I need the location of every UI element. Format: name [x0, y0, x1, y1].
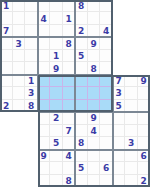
cell-r6-c3-overlap[interactable] [38, 75, 51, 87]
cell-r13-c10[interactable] [125, 162, 138, 174]
cell-r9-c3[interactable] [38, 112, 51, 124]
cell-r1-c8[interactable] [100, 12, 113, 24]
cell-r8-c1[interactable] [13, 100, 26, 112]
cell-r4-c4[interactable]: 1 [50, 50, 63, 62]
cell-r3-c1[interactable]: 3 [13, 37, 26, 49]
cell-r13-c3[interactable] [38, 162, 51, 174]
cell-r10-c5[interactable]: 7 [63, 125, 76, 137]
cell-r0-c7[interactable] [88, 0, 101, 12]
cell-r9-c8[interactable] [100, 112, 113, 124]
cell-r2-c6[interactable]: 2 [75, 25, 88, 37]
cell-r6-c6-overlap[interactable] [75, 75, 88, 87]
cell-r7-c1[interactable] [13, 87, 26, 99]
cell-r14-c6[interactable] [75, 175, 88, 187]
cell-r14-c7[interactable] [88, 175, 101, 187]
cell-r6-c4-overlap[interactable] [50, 75, 63, 87]
cell-r2-c7[interactable] [88, 25, 101, 37]
cell-r8-c5-overlap[interactable] [63, 100, 76, 112]
cell-r3-c0[interactable] [0, 37, 13, 49]
cell-r6-c2[interactable]: 1 [25, 75, 38, 87]
twodoku-puzzle: 184172438915981793328529745839465682 [0, 0, 150, 187]
cell-r2-c0[interactable]: 7 [0, 25, 13, 37]
cell-r0-c8[interactable] [100, 0, 113, 12]
cell-r8-c3-overlap[interactable] [38, 100, 51, 112]
cell-r5-c8[interactable] [100, 62, 113, 74]
cell-r7-c7-overlap[interactable] [88, 87, 101, 99]
cell-r10-c9[interactable] [113, 125, 126, 137]
cell-r3-c6[interactable] [75, 37, 88, 49]
cell-r0-c6[interactable]: 8 [75, 0, 88, 12]
cell-r10-c8[interactable] [100, 125, 113, 137]
cell-r7-c11[interactable] [138, 87, 151, 99]
cell-r10-c4[interactable] [50, 125, 63, 137]
cell-r12-c7[interactable] [88, 150, 101, 162]
cell-r1-c5[interactable]: 1 [63, 12, 76, 24]
cell-r6-c11[interactable]: 9 [138, 75, 151, 87]
cell-r4-c1[interactable] [13, 50, 26, 62]
cell-r4-c8[interactable] [100, 50, 113, 62]
cell-r0-c5[interactable] [63, 0, 76, 12]
cell-r1-c4[interactable] [50, 12, 63, 24]
cell-r7-c5-overlap[interactable] [63, 87, 76, 99]
cell-r3-c4[interactable] [50, 37, 63, 49]
sudoku-board: 184172438915981793328529745839465682 [0, 0, 150, 187]
cell-r7-c9[interactable]: 3 [113, 87, 126, 99]
cell-r10-c3[interactable] [38, 125, 51, 137]
cell-r7-c10[interactable] [125, 87, 138, 99]
cell-r7-c2[interactable]: 3 [25, 87, 38, 99]
cell-r9-c10[interactable] [125, 112, 138, 124]
cell-r10-c6[interactable] [75, 125, 88, 137]
cell-r9-c7[interactable]: 9 [88, 112, 101, 124]
cell-r2-c3[interactable] [38, 25, 51, 37]
cell-r10-c11[interactable] [138, 125, 151, 137]
cell-r1-c2[interactable] [25, 12, 38, 24]
cell-r14-c5[interactable]: 8 [63, 175, 76, 187]
cell-r2-c1[interactable] [13, 25, 26, 37]
cell-r11-c8[interactable] [100, 137, 113, 149]
cell-r14-c3[interactable] [38, 175, 51, 187]
cell-r5-c2[interactable] [25, 62, 38, 74]
cell-r5-c7[interactable]: 8 [88, 62, 101, 74]
cell-r8-c4-overlap[interactable] [50, 100, 63, 112]
cell-r14-c8[interactable] [100, 175, 113, 187]
cell-r1-c0[interactable] [0, 12, 13, 24]
cell-r13-c5[interactable] [63, 162, 76, 174]
cell-r11-c10[interactable]: 3 [125, 137, 138, 149]
cell-r7-c8-overlap[interactable] [100, 87, 113, 99]
cell-r4-c5[interactable] [63, 50, 76, 62]
cell-r8-c10[interactable] [125, 100, 138, 112]
cell-r11-c9[interactable] [113, 137, 126, 149]
cell-r1-c1[interactable] [13, 12, 26, 24]
cell-r5-c5[interactable] [63, 62, 76, 74]
cell-r3-c7[interactable]: 9 [88, 37, 101, 49]
cell-r11-c4[interactable]: 5 [50, 137, 63, 149]
cell-r2-c8[interactable]: 4 [100, 25, 113, 37]
cell-r2-c5[interactable] [63, 25, 76, 37]
cell-r7-c3-overlap[interactable] [38, 87, 51, 99]
cell-r13-c11[interactable] [138, 162, 151, 174]
cell-r12-c5[interactable]: 4 [63, 150, 76, 162]
cell-r0-c2[interactable] [25, 0, 38, 12]
cell-r4-c7[interactable] [88, 50, 101, 62]
cell-r13-c7[interactable] [88, 162, 101, 174]
cell-r13-c4[interactable] [50, 162, 63, 174]
cell-r6-c1[interactable] [13, 75, 26, 87]
cell-r12-c10[interactable] [125, 150, 138, 162]
cell-r4-c6[interactable]: 5 [75, 50, 88, 62]
cell-r11-c5[interactable] [63, 137, 76, 149]
cell-r5-c4[interactable]: 9 [50, 62, 63, 74]
cell-r8-c2[interactable]: 8 [25, 100, 38, 112]
cell-r8-c0[interactable]: 2 [0, 100, 13, 112]
cell-r13-c9[interactable] [113, 162, 126, 174]
cell-r8-c7-overlap[interactable] [88, 100, 101, 112]
cell-r3-c5[interactable]: 8 [63, 37, 76, 49]
cell-r8-c6-overlap[interactable] [75, 100, 88, 112]
cell-r14-c11[interactable]: 2 [138, 175, 151, 187]
cell-r9-c5[interactable] [63, 112, 76, 124]
cell-r5-c3[interactable] [38, 62, 51, 74]
cell-r14-c9[interactable] [113, 175, 126, 187]
cell-r12-c6[interactable] [75, 150, 88, 162]
cell-r12-c9[interactable] [113, 150, 126, 162]
cell-r14-c10[interactable] [125, 175, 138, 187]
cell-r7-c4-overlap[interactable] [50, 87, 63, 99]
cell-r10-c10[interactable] [125, 125, 138, 137]
cell-r1-c6[interactable] [75, 12, 88, 24]
cell-r5-c6[interactable] [75, 62, 88, 74]
cell-r11-c3[interactable] [38, 137, 51, 149]
cell-r5-c1[interactable] [13, 62, 26, 74]
cell-r12-c3[interactable]: 9 [38, 150, 51, 162]
cell-r10-c7[interactable]: 4 [88, 125, 101, 137]
cell-r6-c7-overlap[interactable] [88, 75, 101, 87]
cell-r3-c3[interactable] [38, 37, 51, 49]
cell-r8-c8-overlap[interactable] [100, 100, 113, 112]
cell-r6-c9[interactable]: 7 [113, 75, 126, 87]
cell-r0-c4[interactable] [50, 0, 63, 12]
cell-r13-c6[interactable]: 5 [75, 162, 88, 174]
cell-r12-c8[interactable] [100, 150, 113, 162]
cell-r7-c6-overlap[interactable] [75, 87, 88, 99]
cell-r5-c0[interactable] [0, 62, 13, 74]
cell-r11-c6[interactable]: 8 [75, 137, 88, 149]
cell-r3-c2[interactable] [25, 37, 38, 49]
cell-r1-c7[interactable] [88, 12, 101, 24]
cell-r8-c11[interactable] [138, 100, 151, 112]
cell-r3-c8[interactable] [100, 37, 113, 49]
cell-r2-c4[interactable] [50, 25, 63, 37]
cell-r1-c3[interactable]: 4 [38, 12, 51, 24]
cell-r12-c4[interactable] [50, 150, 63, 162]
cell-r6-c8-overlap[interactable] [100, 75, 113, 87]
cell-r4-c2[interactable] [25, 50, 38, 62]
cell-r8-c9[interactable]: 5 [113, 100, 126, 112]
cell-r14-c4[interactable] [50, 175, 63, 187]
cell-r9-c11[interactable] [138, 112, 151, 124]
cell-r0-c1[interactable] [13, 0, 26, 12]
cell-r11-c11[interactable] [138, 137, 151, 149]
cell-r4-c3[interactable] [38, 50, 51, 62]
cell-r13-c8[interactable]: 6 [100, 162, 113, 174]
cell-r0-c0[interactable]: 1 [0, 0, 13, 12]
cell-r4-c0[interactable] [0, 50, 13, 62]
cell-r7-c0[interactable] [0, 87, 13, 99]
cell-r6-c10[interactable] [125, 75, 138, 87]
cell-r9-c9[interactable] [113, 112, 126, 124]
cell-r9-c4[interactable]: 2 [50, 112, 63, 124]
cell-r11-c7[interactable] [88, 137, 101, 149]
cell-r6-c0[interactable] [0, 75, 13, 87]
cell-r0-c3[interactable] [38, 0, 51, 12]
cell-r2-c2[interactable] [25, 25, 38, 37]
cell-r12-c11[interactable]: 6 [138, 150, 151, 162]
cell-r6-c5-overlap[interactable] [63, 75, 76, 87]
cell-r9-c6[interactable] [75, 112, 88, 124]
